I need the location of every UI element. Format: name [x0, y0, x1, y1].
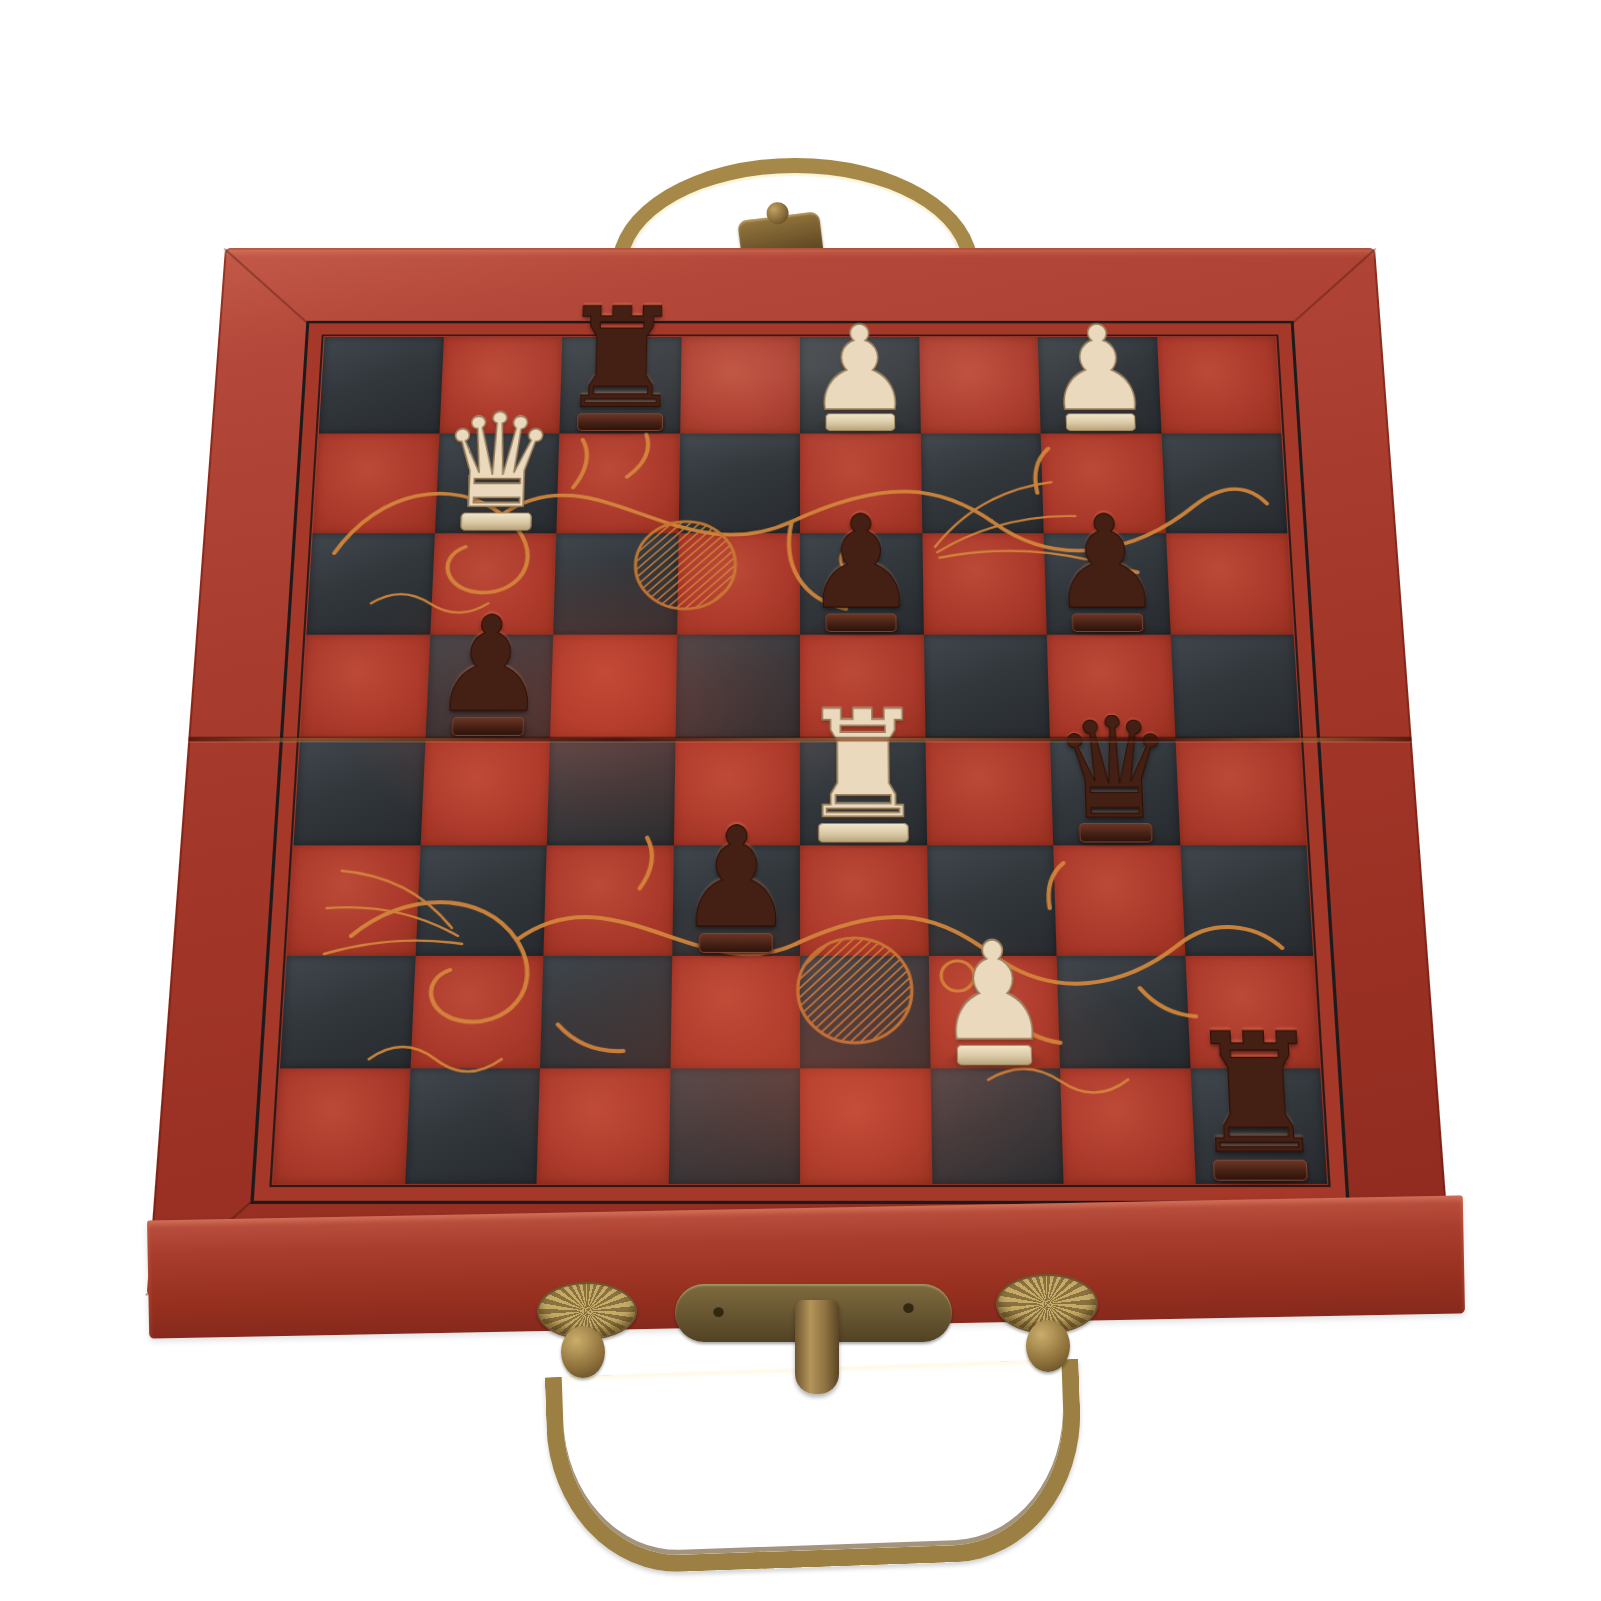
seated-general-glyph: ♛: [1051, 706, 1176, 832]
square-e7[interactable]: [800, 955, 930, 1068]
standing-warrior-glyph: ♟: [804, 506, 919, 622]
square-a2[interactable]: [313, 434, 439, 533]
square-h6[interactable]: [1180, 846, 1313, 956]
square-c1[interactable]: ♜: [559, 337, 681, 434]
square-b7[interactable]: [410, 955, 543, 1068]
square-e3[interactable]: ♟: [800, 533, 923, 635]
piece-dark-standing-warrior-g3[interactable]: ♟: [1048, 522, 1166, 632]
square-f5[interactable]: [925, 739, 1053, 846]
chess-board: ♜♟♟♛♟♟♟♜♛♟♟♜: [273, 337, 1327, 1184]
chess-box-lid: ♜♟♟♛♟♟♟♜♛♟♟♜: [147, 248, 1454, 1296]
piece-dark-pagoda-tower-c1[interactable]: ♜: [556, 314, 684, 431]
square-a1[interactable]: [319, 337, 444, 434]
square-e6[interactable]: [800, 846, 928, 956]
square-a5[interactable]: [294, 739, 426, 846]
square-h1[interactable]: [1157, 337, 1282, 434]
board-frame: ♜♟♟♛♟♟♟♜♛♟♟♜: [250, 321, 1349, 1204]
square-f2[interactable]: [920, 434, 1043, 533]
square-g5[interactable]: ♛: [1050, 739, 1180, 846]
square-d3[interactable]: [677, 533, 800, 635]
square-a8[interactable]: [273, 1068, 410, 1184]
square-d6[interactable]: ♟: [672, 846, 800, 956]
square-h5[interactable]: [1175, 739, 1307, 846]
square-c8[interactable]: [536, 1068, 670, 1184]
square-d1[interactable]: [680, 337, 800, 434]
square-f4[interactable]: [923, 634, 1050, 738]
square-a7[interactable]: [280, 955, 415, 1068]
square-f3[interactable]: [922, 533, 1047, 635]
square-e5[interactable]: ♜: [800, 739, 927, 846]
square-a3[interactable]: [306, 533, 434, 635]
frame-corner-seam: [1291, 248, 1376, 324]
square-b8[interactable]: [405, 1068, 540, 1184]
square-h2[interactable]: [1161, 434, 1287, 533]
piece-ivory-kneeling-warrior-e1[interactable]: ♟: [807, 331, 914, 431]
square-d4[interactable]: [675, 634, 800, 738]
handle-rosette-right: [996, 1274, 1098, 1334]
kneeling-warrior-glyph: ♟: [935, 932, 1052, 1054]
frame-corner-seam: [223, 248, 308, 324]
square-g3[interactable]: ♟: [1044, 533, 1170, 635]
seated-general-glyph: ♛: [437, 404, 558, 521]
square-b5[interactable]: [420, 739, 550, 846]
square-c7[interactable]: [540, 955, 672, 1068]
piece-ivory-fortress-tower-e5[interactable]: ♜: [799, 717, 928, 843]
kneeling-warrior-glyph: ♟: [1044, 317, 1154, 422]
square-h8[interactable]: ♜: [1190, 1068, 1327, 1184]
standing-warrior-glyph: ♟: [430, 607, 550, 726]
square-e1[interactable]: ♟: [800, 337, 920, 434]
square-f7[interactable]: ♟: [928, 955, 1060, 1068]
pagoda-tower-glyph: ♜: [1184, 1020, 1329, 1169]
fortress-tower-glyph: ♜: [799, 698, 928, 832]
handle-rosette-left: [537, 1282, 637, 1340]
piece-dark-standing-warrior-d6[interactable]: ♟: [676, 833, 795, 952]
piece-dark-standing-warrior-b4[interactable]: ♟: [429, 623, 549, 736]
square-c2[interactable]: [556, 434, 679, 533]
square-g8[interactable]: [1060, 1068, 1195, 1184]
square-h4[interactable]: [1170, 634, 1300, 738]
square-g1[interactable]: ♟: [1038, 337, 1161, 434]
piece-ivory-kneeling-warrior-g1[interactable]: ♟: [1044, 331, 1154, 431]
square-c6[interactable]: [543, 846, 673, 956]
square-b2[interactable]: ♛: [434, 434, 559, 533]
square-f8[interactable]: [930, 1068, 1064, 1184]
square-f1[interactable]: [919, 337, 1041, 434]
square-c5[interactable]: [547, 739, 675, 846]
piece-ivory-seated-general-b2[interactable]: ♛: [437, 420, 558, 531]
square-d8[interactable]: [668, 1068, 800, 1184]
square-b6[interactable]: [415, 846, 547, 956]
square-h3[interactable]: [1166, 533, 1294, 635]
piece-dark-standing-warrior-e3[interactable]: ♟: [804, 522, 919, 632]
kneeling-warrior-glyph: ♟: [807, 317, 913, 422]
piece-dark-pagoda-tower-h8[interactable]: ♜: [1185, 1041, 1330, 1181]
square-e8[interactable]: [800, 1068, 932, 1184]
square-c3[interactable]: [553, 533, 678, 635]
standing-warrior-glyph: ♟: [1047, 506, 1165, 622]
piece-ivory-kneeling-warrior-f7[interactable]: ♟: [936, 948, 1053, 1065]
square-a4[interactable]: [300, 634, 430, 738]
screw: [903, 1302, 914, 1313]
square-d7[interactable]: [670, 955, 800, 1068]
square-a6[interactable]: [287, 846, 420, 956]
product-photo-scene: ♜♟♟♛♟♟♟♜♛♟♟♜: [0, 0, 1601, 1601]
pagoda-tower-glyph: ♜: [557, 297, 685, 421]
screw: [713, 1306, 724, 1317]
fold-hinge-line: [188, 738, 1412, 742]
square-c4[interactable]: [550, 634, 677, 738]
rosette-knob: [1026, 1320, 1070, 1372]
square-b4[interactable]: ♟: [425, 634, 553, 738]
square-g7[interactable]: [1057, 955, 1190, 1068]
rosette-knob: [561, 1326, 605, 1378]
standing-warrior-glyph: ♟: [676, 816, 795, 941]
square-g6[interactable]: [1053, 846, 1185, 956]
square-d2[interactable]: [678, 434, 800, 533]
latch-pin[interactable]: [795, 1300, 839, 1394]
